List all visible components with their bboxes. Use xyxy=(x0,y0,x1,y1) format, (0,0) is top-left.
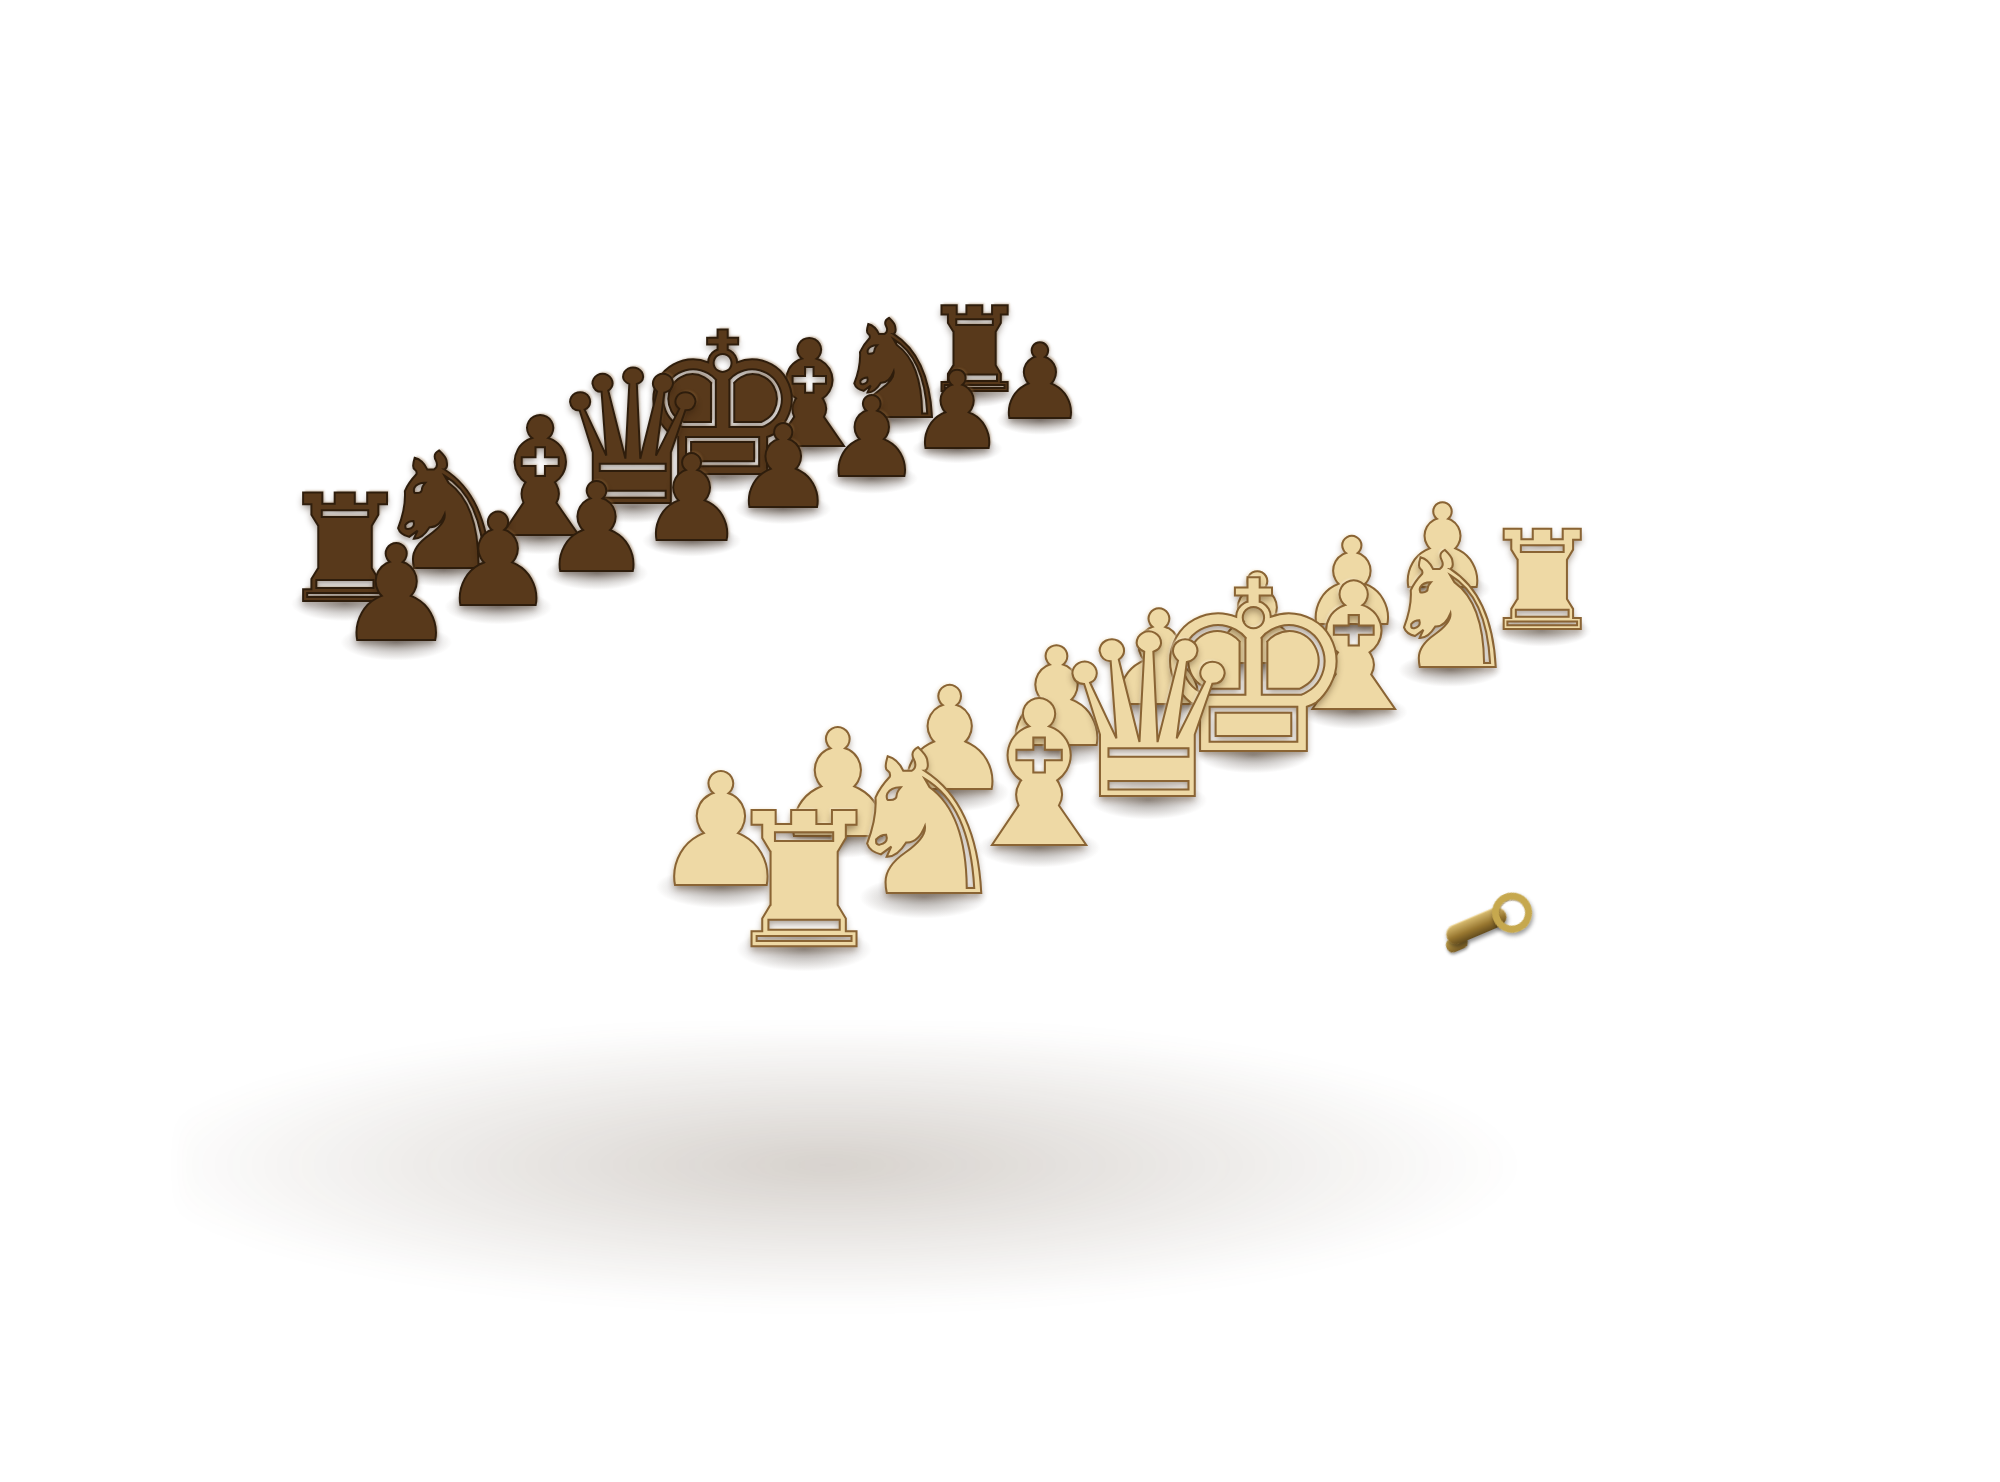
coordinate-medallion-6: 6 xyxy=(1142,392,1275,441)
piece-black-pawn-e7[interactable]: ♟ xyxy=(732,410,835,525)
coordinate-label: 2 xyxy=(543,925,622,968)
coordinate-label: c xyxy=(1120,898,1197,940)
coordinate-label: 4 xyxy=(1335,465,1398,489)
coordinate-medallion-7: 7 xyxy=(207,651,344,720)
coordinate-label: 7 xyxy=(1108,378,1164,398)
coordinate-label: 8 xyxy=(197,630,258,658)
coordinate-medallion-4: 4 xyxy=(366,787,524,873)
piece-black-pawn-g7[interactable]: ♟ xyxy=(909,357,1005,464)
piece-black-pawn-c7[interactable]: ♟ xyxy=(541,467,652,590)
board-scene: aa88bb77cc66dd55ee44ff33gg22hh11 ♜♞♝♛♚♝♞… xyxy=(0,0,2000,1482)
corner-medallion xyxy=(94,564,257,638)
coordinate-medallion-8: 8 xyxy=(162,613,294,678)
coordinate-medallion-2: 2 xyxy=(496,897,670,998)
coordinate-label: 3 xyxy=(473,865,549,905)
coordinate-medallion-5: 5 xyxy=(309,738,459,818)
ground-shadow xyxy=(180,1030,1620,1330)
coordinate-medallion-7: 7 xyxy=(1073,365,1201,412)
coordinate-label: g xyxy=(1539,709,1620,745)
coordinate-medallion-h: h xyxy=(1585,646,1764,724)
square-e5[interactable] xyxy=(835,544,1001,616)
coordinate-label: b xyxy=(999,949,1082,997)
coordinate-label: 5 xyxy=(349,760,418,794)
coordinate-medallion-5: 5 xyxy=(1216,420,1355,472)
square-b5[interactable] xyxy=(534,649,704,732)
piece-white-rook-a1[interactable]: ♜ xyxy=(720,789,887,975)
coordinate-label: d xyxy=(1230,846,1312,889)
coordinate-label: f xyxy=(1447,755,1516,788)
coordinate-label: 4 xyxy=(408,811,480,848)
latch-ring xyxy=(1486,886,1538,938)
coordinate-label: h xyxy=(1634,667,1714,701)
coordinate-label: 7 xyxy=(244,670,308,700)
square-d5[interactable] xyxy=(739,578,906,654)
square-a4[interactable] xyxy=(486,732,666,825)
square-h5[interactable] xyxy=(1104,450,1266,513)
piece-black-pawn-b7[interactable]: ♟ xyxy=(441,497,556,625)
coordinate-label: 6 xyxy=(294,714,360,746)
coordinate-medallion-6: 6 xyxy=(256,693,400,767)
brass-latch-icon xyxy=(1435,882,1544,962)
corner-medallion xyxy=(1672,593,1885,683)
piece-black-pawn-d7[interactable]: ♟ xyxy=(638,438,745,557)
piece-black-pawn-h7[interactable]: ♟ xyxy=(993,331,1086,435)
coordinate-label: 1 xyxy=(1614,572,1685,601)
coordinate-label: 6 xyxy=(1179,405,1237,426)
square-a5[interactable] xyxy=(426,686,598,773)
coordinate-label: 5 xyxy=(1254,434,1314,457)
piece-black-pawn-a7[interactable]: ♟ xyxy=(337,528,456,661)
coordinate-medallion-3: 3 xyxy=(428,840,594,933)
piece-black-pawn-f7[interactable]: ♟ xyxy=(822,383,922,494)
square-f5[interactable] xyxy=(928,512,1092,581)
square-c5[interactable] xyxy=(638,613,807,692)
